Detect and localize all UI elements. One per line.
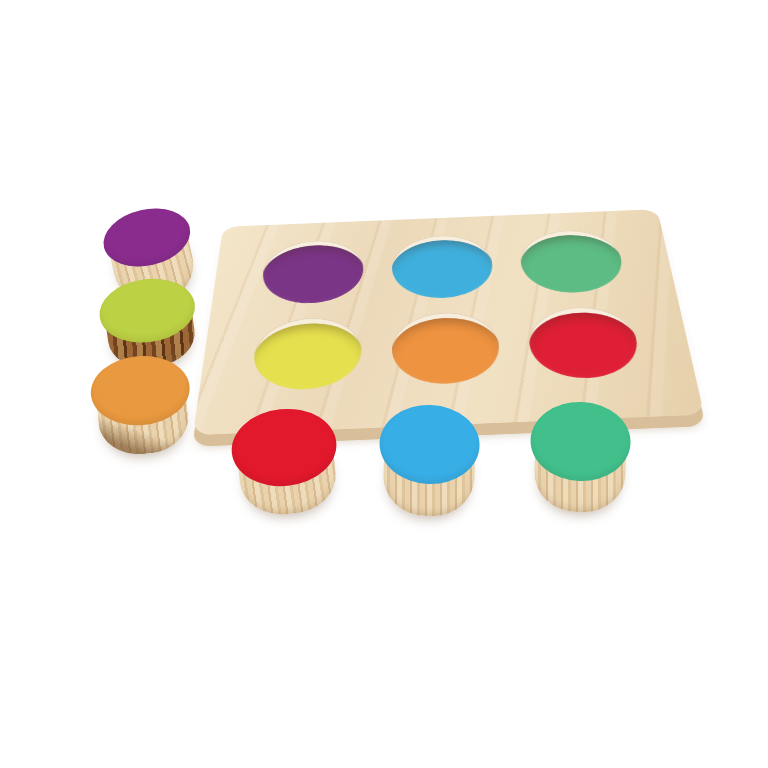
hole-orange[interactable] <box>392 311 502 386</box>
hole-red-paint <box>526 311 643 380</box>
photo-background <box>0 0 768 768</box>
hole-red[interactable] <box>526 306 643 381</box>
peg-green[interactable] <box>528 400 632 513</box>
hole-green-paint <box>518 233 627 294</box>
hole-yellow-paint <box>251 321 363 391</box>
hole-blue[interactable] <box>392 234 495 300</box>
hole-blue-paint <box>392 238 495 299</box>
hole-purple-paint <box>260 243 364 305</box>
hole-grid <box>193 209 704 435</box>
peg-red[interactable] <box>228 404 343 519</box>
hole-yellow[interactable] <box>251 316 363 391</box>
peg-orange[interactable] <box>88 352 195 458</box>
hole-purple[interactable] <box>260 239 364 305</box>
hole-green[interactable] <box>518 229 627 295</box>
peg-blue[interactable] <box>377 403 481 517</box>
hole-orange-paint <box>392 316 502 386</box>
matching-board <box>193 209 704 435</box>
